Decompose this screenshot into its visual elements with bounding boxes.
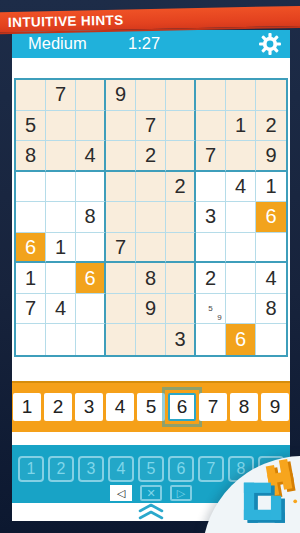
cell-r5c5[interactable] bbox=[136, 202, 166, 233]
cell-r8c8[interactable] bbox=[226, 294, 256, 325]
pencil-numpad-3[interactable]: 3 bbox=[78, 456, 104, 482]
cell-r7c6[interactable] bbox=[166, 263, 196, 294]
redo-button[interactable]: ▷ bbox=[170, 485, 192, 501]
cell-r9c8[interactable]: 6 bbox=[226, 324, 256, 355]
cell-r1c1[interactable] bbox=[16, 80, 46, 111]
timer-label: 1:27 bbox=[128, 34, 160, 53]
cell-r2c6[interactable] bbox=[166, 111, 196, 142]
cell-r1c7[interactable] bbox=[196, 80, 226, 111]
cell-r8c1[interactable]: 7 bbox=[16, 294, 46, 325]
cell-r4c9[interactable]: 1 bbox=[256, 172, 286, 203]
gamehouse-logo-icon bbox=[242, 458, 298, 530]
cell-r7c9[interactable]: 4 bbox=[256, 263, 286, 294]
clear-button[interactable]: ✕ bbox=[140, 485, 162, 501]
cell-r8c4[interactable] bbox=[106, 294, 136, 325]
cell-r8c7[interactable]: 59 bbox=[196, 294, 226, 325]
cell-r1c8[interactable] bbox=[226, 80, 256, 111]
cell-r9c5[interactable] bbox=[136, 324, 166, 355]
cell-r4c2[interactable] bbox=[46, 172, 76, 203]
cell-r1c3[interactable] bbox=[76, 80, 106, 111]
cell-r3c5[interactable]: 2 bbox=[136, 141, 166, 172]
cell-r1c4[interactable]: 9 bbox=[106, 80, 136, 111]
cell-r9c3[interactable] bbox=[76, 324, 106, 355]
cell-r1c5[interactable] bbox=[136, 80, 166, 111]
cell-r2c4[interactable] bbox=[106, 111, 136, 142]
cell-r4c7[interactable] bbox=[196, 172, 226, 203]
cell-r7c1[interactable]: 1 bbox=[16, 263, 46, 294]
cell-r2c7[interactable] bbox=[196, 111, 226, 142]
pencil-numpad-5[interactable]: 5 bbox=[138, 456, 164, 482]
cell-r1c2[interactable]: 7 bbox=[46, 80, 76, 111]
cell-r9c9[interactable] bbox=[256, 324, 286, 355]
cell-r8c2[interactable]: 4 bbox=[46, 294, 76, 325]
cell-r3c1[interactable]: 8 bbox=[16, 141, 46, 172]
cell-r6c6[interactable] bbox=[166, 233, 196, 264]
cell-r8c5[interactable]: 9 bbox=[136, 294, 166, 325]
cell-r8c3[interactable] bbox=[76, 294, 106, 325]
cell-r3c8[interactable] bbox=[226, 141, 256, 172]
pencil-numpad-4[interactable]: 4 bbox=[108, 456, 134, 482]
cell-r7c8[interactable] bbox=[226, 263, 256, 294]
cell-r4c6[interactable]: 2 bbox=[166, 172, 196, 203]
pencil-numpad-7[interactable]: 7 bbox=[198, 456, 224, 482]
cell-r8c9[interactable]: 8 bbox=[256, 294, 286, 325]
promo-banner-text: INTUITIVE HINTS bbox=[0, 12, 124, 30]
cell-r6c2[interactable]: 1 bbox=[46, 233, 76, 264]
numpad-5[interactable]: 5 bbox=[137, 393, 165, 421]
cell-r1c9[interactable] bbox=[256, 80, 286, 111]
cell-r3c3[interactable]: 4 bbox=[76, 141, 106, 172]
cell-r4c8[interactable]: 4 bbox=[226, 172, 256, 203]
cell-r4c4[interactable] bbox=[106, 172, 136, 203]
edit-controls: ◁ ✕ ▷ bbox=[110, 485, 192, 501]
cell-r6c9[interactable] bbox=[256, 233, 286, 264]
pencil-numpad-1[interactable]: 1 bbox=[18, 456, 44, 482]
cell-r6c8[interactable] bbox=[226, 233, 256, 264]
numpad-9[interactable]: 9 bbox=[261, 393, 289, 421]
cell-r2c5[interactable]: 7 bbox=[136, 111, 166, 142]
undo-button[interactable]: ◁ bbox=[110, 485, 132, 501]
pencil-numpad-6[interactable]: 6 bbox=[168, 456, 194, 482]
cell-r6c7[interactable] bbox=[196, 233, 226, 264]
cell-r3c2[interactable] bbox=[46, 141, 76, 172]
cell-r9c1[interactable] bbox=[16, 324, 46, 355]
pencil-marks: 59 bbox=[197, 295, 224, 323]
app-screenshot: INTUITIVE HINTS Medium 1:27 bbox=[0, 0, 300, 533]
double-chevron-up-icon[interactable] bbox=[136, 503, 166, 524]
cell-r7c5[interactable]: 8 bbox=[136, 263, 166, 294]
numpad-4[interactable]: 4 bbox=[106, 393, 134, 421]
cell-r6c3[interactable] bbox=[76, 233, 106, 264]
settings-gear-icon[interactable] bbox=[258, 32, 282, 60]
cell-r7c4[interactable] bbox=[106, 263, 136, 294]
cell-r1c6[interactable] bbox=[166, 80, 196, 111]
cell-r3c4[interactable] bbox=[106, 141, 136, 172]
numpad-7[interactable]: 7 bbox=[199, 393, 227, 421]
difficulty-label: Medium bbox=[28, 34, 87, 53]
cell-r9c7[interactable] bbox=[196, 324, 226, 355]
cell-r5c8[interactable] bbox=[226, 202, 256, 233]
cell-r3c9[interactable]: 9 bbox=[256, 141, 286, 172]
cell-r2c8[interactable]: 1 bbox=[226, 111, 256, 142]
game-header: Medium 1:27 bbox=[12, 30, 290, 58]
cell-r5c9[interactable]: 6 bbox=[256, 202, 286, 233]
numpad-3[interactable]: 3 bbox=[75, 393, 103, 421]
cell-r9c4[interactable] bbox=[106, 324, 136, 355]
cell-r2c9[interactable]: 2 bbox=[256, 111, 286, 142]
sudoku-board: 795712842792418366171682474959836 bbox=[14, 78, 288, 357]
cell-r5c6[interactable] bbox=[166, 202, 196, 233]
cell-r5c1[interactable] bbox=[16, 202, 46, 233]
numpad-6[interactable]: 6 bbox=[168, 393, 196, 421]
cell-r8c6[interactable] bbox=[166, 294, 196, 325]
numpad-1[interactable]: 1 bbox=[13, 393, 41, 421]
cell-r4c3[interactable] bbox=[76, 172, 106, 203]
cell-r7c7[interactable]: 2 bbox=[196, 263, 226, 294]
cell-r7c2[interactable] bbox=[46, 263, 76, 294]
cell-r6c4[interactable]: 7 bbox=[106, 233, 136, 264]
cell-r2c3[interactable] bbox=[76, 111, 106, 142]
cell-r4c5[interactable] bbox=[136, 172, 166, 203]
cell-r5c3[interactable]: 8 bbox=[76, 202, 106, 233]
cell-r5c2[interactable] bbox=[46, 202, 76, 233]
cell-r5c4[interactable] bbox=[106, 202, 136, 233]
number-keypad: 123456789 bbox=[12, 381, 290, 432]
cell-r7c3[interactable]: 6 bbox=[76, 263, 106, 294]
numpad-8[interactable]: 8 bbox=[230, 393, 258, 421]
cell-r2c2[interactable] bbox=[46, 111, 76, 142]
cell-r6c5[interactable] bbox=[136, 233, 166, 264]
cell-r2c1[interactable]: 5 bbox=[16, 111, 46, 142]
cell-r6c1[interactable]: 6 bbox=[16, 233, 46, 264]
cell-r3c7[interactable]: 7 bbox=[196, 141, 226, 172]
pencil-numpad-2[interactable]: 2 bbox=[48, 456, 74, 482]
cell-r9c2[interactable] bbox=[46, 324, 76, 355]
cell-r3c6[interactable] bbox=[166, 141, 196, 172]
cell-r5c7[interactable]: 3 bbox=[196, 202, 226, 233]
numpad-2[interactable]: 2 bbox=[44, 393, 72, 421]
cell-r4c1[interactable] bbox=[16, 172, 46, 203]
app-content: Medium 1:27 bbox=[12, 30, 290, 521]
cell-r9c6[interactable]: 3 bbox=[166, 324, 196, 355]
